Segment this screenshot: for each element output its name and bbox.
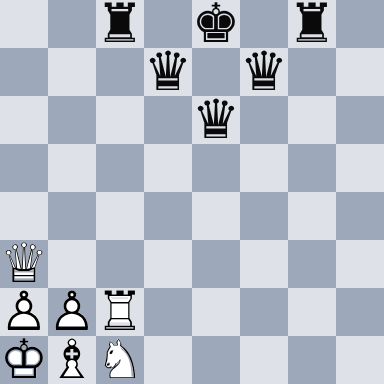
white-knight-piece[interactable]: ♞♘ xyxy=(96,336,144,384)
square-f7[interactable]: ♛ xyxy=(240,48,288,96)
white-pawn-piece[interactable]: ♟♙ xyxy=(0,288,48,336)
square-d4[interactable] xyxy=(144,192,192,240)
square-b3[interactable] xyxy=(48,240,96,288)
square-b8[interactable] xyxy=(48,0,96,48)
white-pawn-outline-icon: ♙ xyxy=(0,288,48,336)
square-a6[interactable] xyxy=(0,96,48,144)
white-pawn-icon: ♟ xyxy=(0,288,48,336)
square-g6[interactable] xyxy=(288,96,336,144)
square-e3[interactable] xyxy=(192,240,240,288)
black-queen-piece[interactable]: ♛ xyxy=(144,48,192,96)
square-e5[interactable] xyxy=(192,144,240,192)
square-h6[interactable] xyxy=(336,96,384,144)
white-knight-outline-icon: ♘ xyxy=(96,336,144,384)
chess-board: ♜♚♜♛♛♛♛♕♟♙♟♙♜♖♚♔♝♗♞♘ xyxy=(0,0,384,384)
square-b6[interactable] xyxy=(48,96,96,144)
black-rook-piece[interactable]: ♜ xyxy=(96,0,144,48)
square-d8[interactable] xyxy=(144,0,192,48)
white-bishop-icon: ♝ xyxy=(48,336,96,384)
square-f4[interactable] xyxy=(240,192,288,240)
square-a8[interactable] xyxy=(0,0,48,48)
square-c7[interactable] xyxy=(96,48,144,96)
white-king-icon: ♚ xyxy=(0,336,48,384)
white-knight-icon: ♞ xyxy=(96,336,144,384)
square-d7[interactable]: ♛ xyxy=(144,48,192,96)
white-bishop-outline-icon: ♗ xyxy=(48,336,96,384)
square-c5[interactable] xyxy=(96,144,144,192)
white-pawn-outline-icon: ♙ xyxy=(48,288,96,336)
square-d3[interactable] xyxy=(144,240,192,288)
square-c2[interactable]: ♜♖ xyxy=(96,288,144,336)
square-d1[interactable] xyxy=(144,336,192,384)
square-c3[interactable] xyxy=(96,240,144,288)
square-c4[interactable] xyxy=(96,192,144,240)
square-a4[interactable] xyxy=(0,192,48,240)
square-g8[interactable]: ♜ xyxy=(288,0,336,48)
square-e6[interactable]: ♛ xyxy=(192,96,240,144)
square-f2[interactable] xyxy=(240,288,288,336)
square-e2[interactable] xyxy=(192,288,240,336)
white-pawn-piece[interactable]: ♟♙ xyxy=(48,288,96,336)
black-queen-piece[interactable]: ♛ xyxy=(192,96,240,144)
square-e4[interactable] xyxy=(192,192,240,240)
white-rook-outline-icon: ♖ xyxy=(96,288,144,336)
black-queen-piece[interactable]: ♛ xyxy=(240,48,288,96)
black-rook-icon: ♜ xyxy=(96,0,144,48)
square-d5[interactable] xyxy=(144,144,192,192)
white-rook-piece[interactable]: ♜♖ xyxy=(96,288,144,336)
white-queen-outline-icon: ♕ xyxy=(0,240,48,288)
square-h2[interactable] xyxy=(336,288,384,336)
white-pawn-icon: ♟ xyxy=(48,288,96,336)
square-c8[interactable]: ♜ xyxy=(96,0,144,48)
square-b2[interactable]: ♟♙ xyxy=(48,288,96,336)
black-rook-icon: ♜ xyxy=(288,0,336,48)
square-h1[interactable] xyxy=(336,336,384,384)
square-b7[interactable] xyxy=(48,48,96,96)
square-f8[interactable] xyxy=(240,0,288,48)
black-queen-icon: ♛ xyxy=(192,96,240,144)
white-bishop-piece[interactable]: ♝♗ xyxy=(48,336,96,384)
square-f5[interactable] xyxy=(240,144,288,192)
square-b4[interactable] xyxy=(48,192,96,240)
square-c1[interactable]: ♞♘ xyxy=(96,336,144,384)
square-a5[interactable] xyxy=(0,144,48,192)
square-g3[interactable] xyxy=(288,240,336,288)
square-d2[interactable] xyxy=(144,288,192,336)
square-h5[interactable] xyxy=(336,144,384,192)
square-a2[interactable]: ♟♙ xyxy=(0,288,48,336)
square-a1[interactable]: ♚♔ xyxy=(0,336,48,384)
black-queen-icon: ♛ xyxy=(240,48,288,96)
square-b5[interactable] xyxy=(48,144,96,192)
square-f1[interactable] xyxy=(240,336,288,384)
square-c6[interactable] xyxy=(96,96,144,144)
white-king-piece[interactable]: ♚♔ xyxy=(0,336,48,384)
white-queen-piece[interactable]: ♛♕ xyxy=(0,240,48,288)
black-king-piece[interactable]: ♚ xyxy=(192,0,240,48)
white-king-outline-icon: ♔ xyxy=(0,336,48,384)
square-a3[interactable]: ♛♕ xyxy=(0,240,48,288)
white-queen-icon: ♛ xyxy=(0,240,48,288)
square-g1[interactable] xyxy=(288,336,336,384)
square-d6[interactable] xyxy=(144,96,192,144)
square-g5[interactable] xyxy=(288,144,336,192)
black-king-icon: ♚ xyxy=(192,0,240,48)
square-e1[interactable] xyxy=(192,336,240,384)
square-b1[interactable]: ♝♗ xyxy=(48,336,96,384)
black-queen-icon: ♛ xyxy=(144,48,192,96)
square-g7[interactable] xyxy=(288,48,336,96)
square-h7[interactable] xyxy=(336,48,384,96)
square-g4[interactable] xyxy=(288,192,336,240)
square-g2[interactable] xyxy=(288,288,336,336)
square-a7[interactable] xyxy=(0,48,48,96)
square-h3[interactable] xyxy=(336,240,384,288)
square-e8[interactable]: ♚ xyxy=(192,0,240,48)
square-f3[interactable] xyxy=(240,240,288,288)
square-h8[interactable] xyxy=(336,0,384,48)
black-rook-piece[interactable]: ♜ xyxy=(288,0,336,48)
square-e7[interactable] xyxy=(192,48,240,96)
white-rook-icon: ♜ xyxy=(96,288,144,336)
square-f6[interactable] xyxy=(240,96,288,144)
square-h4[interactable] xyxy=(336,192,384,240)
